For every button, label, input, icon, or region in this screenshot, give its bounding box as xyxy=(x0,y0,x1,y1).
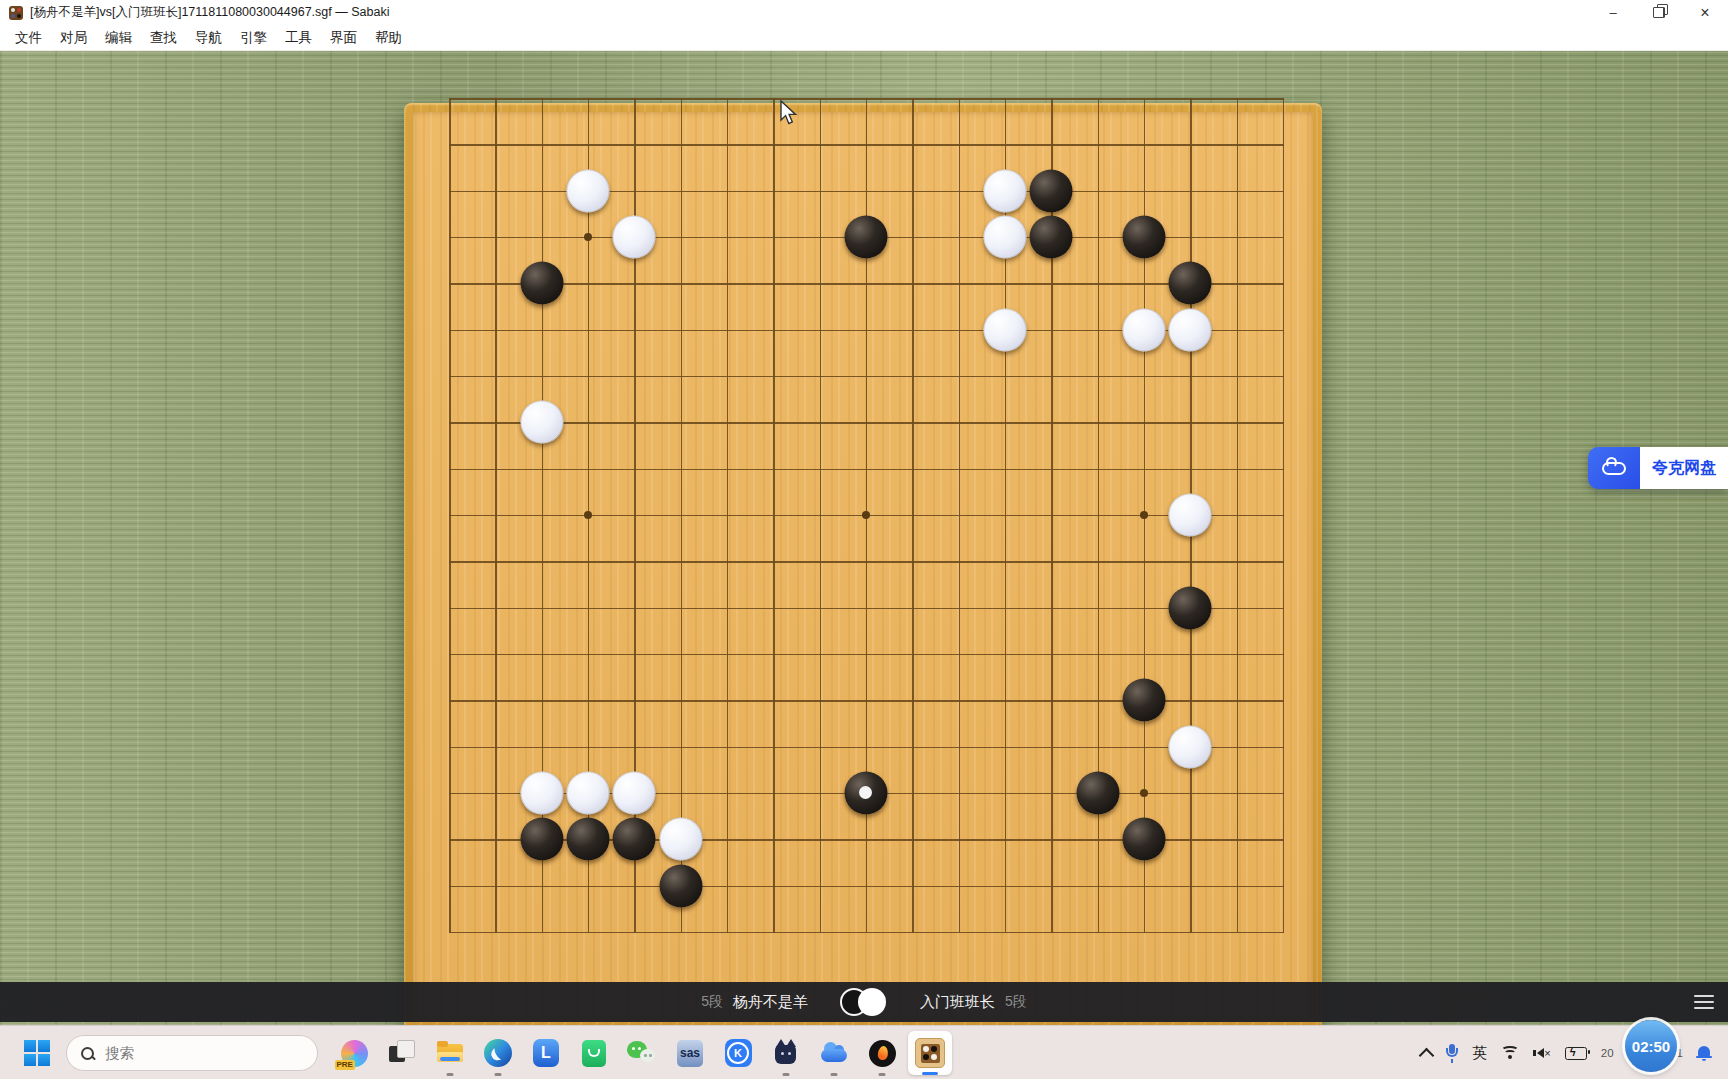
black-stone-14-15 xyxy=(1076,771,1119,814)
grid-line-v xyxy=(959,98,961,933)
black-stone-2-4 xyxy=(520,262,563,305)
taskbar-app-k-app[interactable]: K xyxy=(714,1029,762,1077)
black-stone-16-4 xyxy=(1169,262,1212,305)
quark-drive-widget[interactable]: 夸克网盘 xyxy=(1588,447,1728,489)
running-indicator xyxy=(783,1073,790,1076)
taskbar: PRELsasK 英 × ϟ 20 1 xyxy=(0,1025,1728,1079)
white-player-rank: 5段 xyxy=(1005,993,1027,1011)
taskbar-app-l-shield-app[interactable]: L xyxy=(522,1029,570,1077)
taskbar-app-copilot[interactable]: PRE xyxy=(330,1029,378,1077)
black-stone-9-15 xyxy=(844,771,887,814)
turn-indicator-icon[interactable] xyxy=(840,987,888,1017)
taskbar-app-wechat[interactable] xyxy=(618,1029,666,1077)
search-input[interactable] xyxy=(103,1044,277,1062)
white-stone-4-15 xyxy=(613,771,656,814)
black-stone-5-17 xyxy=(659,864,702,907)
board-grid[interactable] xyxy=(449,98,1283,932)
menu-item-0[interactable]: 文件 xyxy=(6,29,51,47)
menu-item-8[interactable]: 帮助 xyxy=(366,29,411,47)
white-stone-12-3 xyxy=(983,215,1026,258)
grid-line-h xyxy=(449,608,1284,610)
minimize-button[interactable]: – xyxy=(1590,0,1636,25)
taskbar-app-file-explorer[interactable] xyxy=(426,1029,474,1077)
white-stone-12-2 xyxy=(983,169,1026,212)
running-indicator xyxy=(922,1072,938,1075)
taskbar-app-sas-app[interactable]: sas xyxy=(666,1029,714,1077)
white-stone-2-7 xyxy=(520,401,563,444)
close-button[interactable]: × xyxy=(1682,0,1728,25)
white-stone-16-9 xyxy=(1169,493,1212,536)
white-stone-4-3 xyxy=(613,215,656,258)
taskbar-app-cat-app[interactable] xyxy=(762,1029,810,1077)
volume-muted-icon[interactable]: × xyxy=(1533,1047,1550,1059)
menu-bar: 文件对局编辑查找导航引擎工具界面帮助 xyxy=(0,25,1728,51)
white-player-name: 入门班班长 xyxy=(920,993,995,1012)
taskbar-app-edge-browser[interactable] xyxy=(474,1029,522,1077)
windows-start-button[interactable] xyxy=(24,1040,50,1066)
date-fragment-right[interactable]: 1 xyxy=(1677,1047,1683,1059)
menu-item-2[interactable]: 编辑 xyxy=(96,29,141,47)
sabaki-window-icon xyxy=(9,6,23,20)
running-indicator xyxy=(495,1073,502,1076)
black-stone-3-16 xyxy=(566,818,609,861)
black-stone-9-3 xyxy=(844,215,887,258)
window-title: [杨舟不是羊]vs[入门班班长]1711811080030044967.sgf … xyxy=(30,4,389,21)
cloud-icon xyxy=(1588,447,1640,489)
menu-item-5[interactable]: 引擎 xyxy=(231,29,276,47)
black-stone-15-13 xyxy=(1122,679,1165,722)
running-indicator xyxy=(879,1073,886,1076)
last-move-marker xyxy=(859,786,872,799)
white-stone-5-16 xyxy=(659,818,702,861)
grid-line-v xyxy=(1283,98,1285,933)
black-stone-4-16 xyxy=(613,818,656,861)
close-icon: × xyxy=(1700,4,1709,22)
timer-badge[interactable]: 02:50 xyxy=(1625,1020,1677,1072)
star-point xyxy=(862,511,870,519)
taskbar-app-task-view[interactable] xyxy=(378,1029,426,1077)
taskbar-app-cloud-drive[interactable] xyxy=(810,1029,858,1077)
white-stone-2-15 xyxy=(520,771,563,814)
grid-line-v xyxy=(912,98,914,933)
grid-line-h xyxy=(449,932,1284,934)
grid-line-h xyxy=(449,886,1284,888)
battery-icon[interactable]: ϟ xyxy=(1565,1047,1587,1060)
wifi-icon[interactable] xyxy=(1501,1046,1519,1060)
grid-line-h xyxy=(449,561,1284,563)
white-stone-12-5 xyxy=(983,308,1026,351)
minimize-icon: – xyxy=(1609,5,1616,20)
white-stone-3-2 xyxy=(566,169,609,212)
player-bar: 5段 杨舟不是羊 入门班班长 5段 xyxy=(0,982,1728,1022)
grid-line-h xyxy=(449,654,1284,656)
white-stone-15-5 xyxy=(1122,308,1165,351)
black-stone-2-16 xyxy=(520,818,563,861)
grid-line-h xyxy=(449,747,1284,749)
microphone-icon[interactable] xyxy=(1446,1044,1458,1062)
tray-chevron-up-icon[interactable] xyxy=(1421,1046,1432,1061)
white-stone-16-14 xyxy=(1169,725,1212,768)
menu-item-7[interactable]: 界面 xyxy=(321,29,366,47)
white-stone-16-5 xyxy=(1169,308,1212,351)
star-point xyxy=(584,233,592,241)
black-player-name: 杨舟不是羊 xyxy=(733,993,808,1012)
black-stone-16-11 xyxy=(1169,586,1212,629)
star-point xyxy=(584,511,592,519)
white-stone-3-15 xyxy=(566,771,609,814)
restore-button[interactable] xyxy=(1636,0,1682,25)
running-indicator xyxy=(447,1073,454,1076)
quark-drive-label: 夸克网盘 xyxy=(1640,447,1728,489)
black-player-rank: 5段 xyxy=(701,993,723,1011)
black-stone-13-3 xyxy=(1030,215,1073,258)
taskbar-search[interactable] xyxy=(66,1035,318,1071)
star-point xyxy=(1140,789,1148,797)
taskbar-app-sabaki[interactable] xyxy=(908,1031,952,1075)
menu-item-1[interactable]: 对局 xyxy=(51,29,96,47)
menu-item-6[interactable]: 工具 xyxy=(276,29,321,47)
taskbar-apps: PRELsasK xyxy=(330,1026,954,1079)
timer-time: 02:50 xyxy=(1632,1038,1670,1055)
grid-line-v xyxy=(1237,98,1239,933)
black-stone-13-2 xyxy=(1030,169,1073,212)
taskbar-app-store-bag-app[interactable] xyxy=(570,1029,618,1077)
menu-hamburger-icon[interactable] xyxy=(1694,995,1714,1009)
menu-item-3[interactable]: 查找 xyxy=(141,29,186,47)
search-icon xyxy=(81,1047,94,1060)
black-stone-15-3 xyxy=(1122,215,1165,258)
notification-bell-icon[interactable] xyxy=(1697,1046,1711,1060)
running-indicator xyxy=(831,1073,838,1076)
restore-icon xyxy=(1654,7,1665,18)
star-point xyxy=(1140,511,1148,519)
title-bar: [杨舟不是羊]vs[入门班班长]1711811080030044967.sgf … xyxy=(0,0,1728,25)
date-fragment-left[interactable]: 20 xyxy=(1601,1047,1614,1059)
menu-item-4[interactable]: 导航 xyxy=(186,29,231,47)
black-stone-15-16 xyxy=(1122,818,1165,861)
ime-language-indicator[interactable]: 英 xyxy=(1472,1044,1487,1063)
mouse-cursor xyxy=(780,100,799,126)
taskbar-app-flame-browser[interactable] xyxy=(858,1029,906,1077)
